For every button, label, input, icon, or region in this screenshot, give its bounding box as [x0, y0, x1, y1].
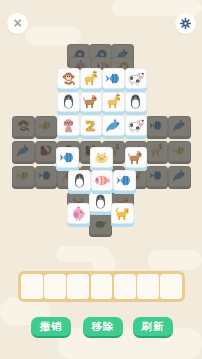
- tile-fish-yellow: [12, 166, 35, 190]
- turtle-icon: [89, 213, 112, 234]
- tile-tray: [18, 271, 185, 302]
- pig-icon: [90, 147, 113, 168]
- tray-slot: [137, 274, 159, 299]
- tile-penguin[interactable]: [89, 192, 112, 216]
- clownfish-icon: [91, 170, 114, 191]
- tile-fish-yellow: [35, 116, 58, 140]
- undo-button[interactable]: 撤销: [31, 317, 71, 338]
- tile-cow[interactable]: [125, 115, 148, 139]
- tile-dolphin: [168, 116, 191, 140]
- tile-pig[interactable]: [90, 147, 113, 171]
- tile-cow[interactable]: [125, 68, 148, 92]
- tile-turtle: [89, 213, 112, 237]
- dolphin-icon: [12, 141, 35, 162]
- monkey-icon: [12, 116, 35, 137]
- pony-icon: [125, 147, 148, 168]
- tile-squirrel: [35, 141, 58, 165]
- tile-dog[interactable]: [57, 115, 80, 139]
- tile-angelfish: [146, 166, 169, 190]
- tile-monkey[interactable]: [57, 68, 80, 92]
- dolphin-icon: [168, 166, 191, 187]
- monkey-icon: [57, 68, 80, 89]
- tile-pony[interactable]: [80, 92, 103, 116]
- tile-angelfish: [146, 116, 169, 140]
- tray-slot: [67, 274, 89, 299]
- penguin-icon: [89, 192, 112, 213]
- cow-icon: [125, 115, 148, 136]
- chick-icon: [67, 203, 90, 224]
- penguin-icon: [68, 170, 91, 191]
- penguin-icon: [57, 92, 80, 113]
- tile-fish-yellow: [168, 141, 191, 165]
- tile-angelfish: [35, 166, 58, 190]
- tile-angelfish[interactable]: [102, 68, 125, 92]
- board: 2: [0, 0, 202, 359]
- tile-deer[interactable]: [80, 68, 103, 92]
- tile-dolphin[interactable]: [102, 115, 125, 139]
- tile-monkey: [12, 116, 35, 140]
- remove-button[interactable]: 移除: [83, 317, 123, 338]
- tile-snake[interactable]: 2: [80, 115, 103, 139]
- dolphin-icon: [102, 115, 125, 136]
- tile-pony[interactable]: [125, 147, 148, 171]
- angelfish-icon: [102, 68, 125, 89]
- angelfish-icon: [35, 166, 58, 187]
- game-screen: × 2 撤销 移除 刷新: [0, 0, 202, 359]
- cow-icon: [125, 68, 148, 89]
- tile-dolphin: [168, 166, 191, 190]
- tile-penguin[interactable]: [57, 92, 80, 116]
- fish-yellow-icon: [12, 166, 35, 187]
- tray-slot: [91, 274, 113, 299]
- deer-icon: [80, 68, 103, 89]
- tile-angelfish[interactable]: [56, 147, 79, 171]
- dolphin-icon: [168, 116, 191, 137]
- refresh-button[interactable]: 刷新: [133, 317, 173, 338]
- tile-penguin[interactable]: [125, 92, 148, 116]
- tray-slot: [114, 274, 136, 299]
- tile-clownfish[interactable]: [91, 170, 114, 194]
- pony-icon: [80, 92, 103, 113]
- fish-yellow-icon: [168, 141, 191, 162]
- tile-cat[interactable]: [111, 203, 134, 227]
- angelfish-icon: [146, 166, 169, 187]
- tray-slot: [21, 274, 43, 299]
- tile-chick[interactable]: [67, 203, 90, 227]
- deer-icon: [102, 92, 125, 113]
- angelfish-icon: [56, 147, 79, 168]
- cat-icon: [111, 203, 134, 224]
- fish-yellow-icon: [35, 116, 58, 137]
- dog-icon: [57, 115, 80, 136]
- tray-slot: [160, 274, 182, 299]
- tile-deer[interactable]: [102, 92, 125, 116]
- deer-icon: [146, 141, 169, 162]
- tray-slot: [44, 274, 66, 299]
- angelfish-icon: [113, 170, 136, 191]
- angelfish-icon: [146, 116, 169, 137]
- tile-deer: [146, 141, 169, 165]
- tile-dolphin: [12, 141, 35, 165]
- tile-penguin[interactable]: [68, 170, 91, 194]
- tile-angelfish[interactable]: [113, 170, 136, 194]
- penguin-icon: [125, 92, 148, 113]
- squirrel-icon: [35, 141, 58, 162]
- snake-icon: 2: [80, 115, 103, 136]
